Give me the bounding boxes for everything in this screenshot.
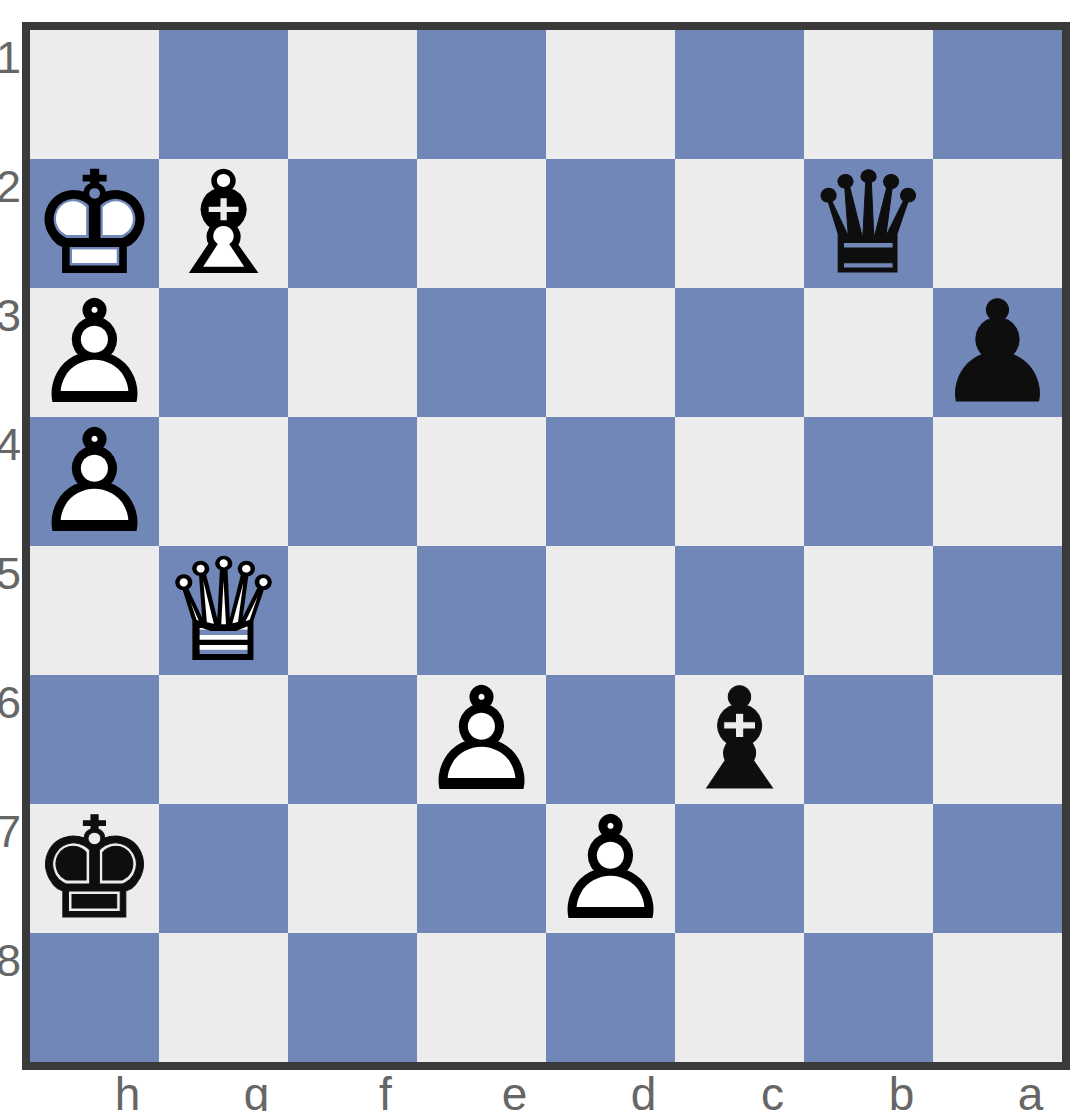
square-a2[interactable] xyxy=(933,159,1062,288)
square-f2[interactable] xyxy=(288,159,417,288)
square-d5[interactable] xyxy=(546,546,675,675)
square-g4[interactable] xyxy=(159,417,288,546)
square-h3[interactable]: ♟♙ xyxy=(30,288,159,417)
square-c4[interactable] xyxy=(675,417,804,546)
rank-label-8: 8 xyxy=(0,938,26,983)
square-e7[interactable] xyxy=(417,804,546,933)
square-e3[interactable] xyxy=(417,288,546,417)
file-label-f: f xyxy=(379,1071,392,1111)
square-h5[interactable] xyxy=(30,546,159,675)
square-h4[interactable]: ♟♙ xyxy=(30,417,159,546)
white-pawn[interactable]: ♟♙ xyxy=(30,288,159,417)
square-f8[interactable] xyxy=(288,933,417,1062)
square-a8[interactable] xyxy=(933,933,1062,1062)
square-a4[interactable] xyxy=(933,417,1062,546)
square-d3[interactable] xyxy=(546,288,675,417)
board-grid: ♚♔♝♗♛♟♙♟♟♙♛♕♟♙♝♚♟♙ xyxy=(30,30,1062,1062)
square-c8[interactable] xyxy=(675,933,804,1062)
square-h8[interactable] xyxy=(30,933,159,1062)
square-h2[interactable]: ♚♔ xyxy=(30,159,159,288)
square-f5[interactable] xyxy=(288,546,417,675)
square-e1[interactable] xyxy=(417,30,546,159)
black-bishop[interactable]: ♝ xyxy=(675,675,804,804)
square-f1[interactable] xyxy=(288,30,417,159)
square-a3[interactable]: ♟ xyxy=(933,288,1062,417)
white-pawn[interactable]: ♟♙ xyxy=(417,675,546,804)
square-h1[interactable] xyxy=(30,30,159,159)
square-h6[interactable] xyxy=(30,675,159,804)
square-c7[interactable] xyxy=(675,804,804,933)
white-pawn-icon: ♙ xyxy=(417,675,546,804)
white-king-icon: ♔ xyxy=(30,159,159,288)
square-e2[interactable] xyxy=(417,159,546,288)
white-pawn-fill: ♟ xyxy=(30,417,159,546)
white-king-fill: ♚ xyxy=(30,159,159,288)
square-b5[interactable] xyxy=(804,546,933,675)
black-king-icon: ♚ xyxy=(30,804,159,933)
square-c5[interactable] xyxy=(675,546,804,675)
file-label-d: d xyxy=(631,1071,657,1111)
white-pawn-fill: ♟ xyxy=(30,288,159,417)
white-pawn-fill: ♟ xyxy=(546,804,675,933)
square-c2[interactable] xyxy=(675,159,804,288)
square-f3[interactable] xyxy=(288,288,417,417)
square-b2[interactable]: ♛ xyxy=(804,159,933,288)
black-pawn[interactable]: ♟ xyxy=(933,288,1062,417)
white-pawn-fill: ♟ xyxy=(417,675,546,804)
white-bishop[interactable]: ♝♗ xyxy=(159,159,288,288)
square-c6[interactable]: ♝ xyxy=(675,675,804,804)
black-bishop-icon: ♝ xyxy=(675,675,804,804)
square-c1[interactable] xyxy=(675,30,804,159)
square-a1[interactable] xyxy=(933,30,1062,159)
square-g7[interactable] xyxy=(159,804,288,933)
square-d2[interactable] xyxy=(546,159,675,288)
square-e6[interactable]: ♟♙ xyxy=(417,675,546,804)
black-pawn-icon: ♟ xyxy=(933,288,1062,417)
square-f6[interactable] xyxy=(288,675,417,804)
square-e8[interactable] xyxy=(417,933,546,1062)
rank-label-6: 6 xyxy=(0,680,26,725)
chess-board: ♚♔♝♗♛♟♙♟♟♙♛♕♟♙♝♚♟♙ xyxy=(22,22,1070,1070)
square-f7[interactable] xyxy=(288,804,417,933)
square-h7[interactable]: ♚ xyxy=(30,804,159,933)
square-c3[interactable] xyxy=(675,288,804,417)
white-bishop-fill: ♝ xyxy=(159,159,288,288)
rank-label-4: 4 xyxy=(0,422,26,467)
white-pawn[interactable]: ♟♙ xyxy=(30,417,159,546)
file-label-c: c xyxy=(761,1071,784,1111)
square-a7[interactable] xyxy=(933,804,1062,933)
square-e5[interactable] xyxy=(417,546,546,675)
white-bishop-icon: ♗ xyxy=(159,159,288,288)
square-g5[interactable]: ♛♕ xyxy=(159,546,288,675)
square-g3[interactable] xyxy=(159,288,288,417)
white-pawn[interactable]: ♟♙ xyxy=(546,804,675,933)
square-f4[interactable] xyxy=(288,417,417,546)
square-a6[interactable] xyxy=(933,675,1062,804)
file-label-b: b xyxy=(889,1071,915,1111)
square-d8[interactable] xyxy=(546,933,675,1062)
square-b4[interactable] xyxy=(804,417,933,546)
square-d6[interactable] xyxy=(546,675,675,804)
square-a5[interactable] xyxy=(933,546,1062,675)
rank-label-2: 2 xyxy=(0,164,26,209)
white-pawn-icon: ♙ xyxy=(30,288,159,417)
white-queen[interactable]: ♛♕ xyxy=(159,546,288,675)
white-pawn-icon: ♙ xyxy=(546,804,675,933)
rank-label-3: 3 xyxy=(0,293,26,338)
black-king[interactable]: ♚ xyxy=(30,804,159,933)
square-b1[interactable] xyxy=(804,30,933,159)
square-b7[interactable] xyxy=(804,804,933,933)
white-pawn-icon: ♙ xyxy=(30,417,159,546)
black-queen-icon: ♛ xyxy=(804,159,933,288)
file-label-h: h xyxy=(115,1071,141,1111)
square-g8[interactable] xyxy=(159,933,288,1062)
square-d7[interactable]: ♟♙ xyxy=(546,804,675,933)
square-g2[interactable]: ♝♗ xyxy=(159,159,288,288)
square-b8[interactable] xyxy=(804,933,933,1062)
file-label-e: e xyxy=(502,1071,528,1111)
rank-label-7: 7 xyxy=(0,809,26,854)
file-label-g: g xyxy=(244,1071,270,1111)
square-b3[interactable] xyxy=(804,288,933,417)
square-g1[interactable] xyxy=(159,30,288,159)
square-d4[interactable] xyxy=(546,417,675,546)
square-d1[interactable] xyxy=(546,30,675,159)
file-label-a: a xyxy=(1018,1071,1044,1111)
white-queen-fill: ♛ xyxy=(159,546,288,675)
white-queen-icon: ♕ xyxy=(159,546,288,675)
white-king[interactable]: ♚♔ xyxy=(30,159,159,288)
square-b6[interactable] xyxy=(804,675,933,804)
rank-label-5: 5 xyxy=(0,551,26,596)
black-queen[interactable]: ♛ xyxy=(804,159,933,288)
square-e4[interactable] xyxy=(417,417,546,546)
rank-label-1: 1 xyxy=(0,35,26,80)
square-g6[interactable] xyxy=(159,675,288,804)
